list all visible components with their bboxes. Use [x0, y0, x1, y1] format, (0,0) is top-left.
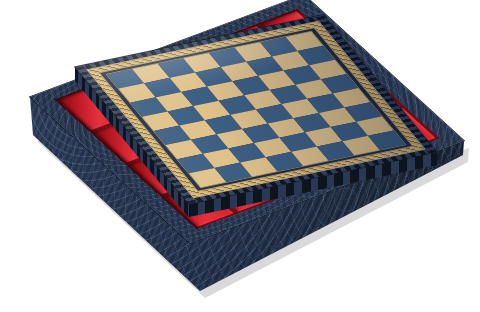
chess-set-photo — [0, 0, 480, 312]
